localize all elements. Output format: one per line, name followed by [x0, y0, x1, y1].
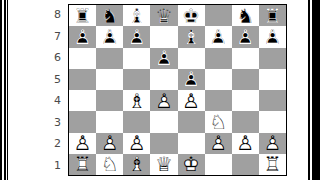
square-d6[interactable]: ♟♙	[150, 48, 177, 69]
square-d3[interactable]	[150, 111, 177, 132]
square-f5[interactable]	[205, 69, 232, 90]
black-pawn-icon: ♟♙	[96, 26, 123, 47]
square-c4[interactable]: ♝♗	[123, 90, 150, 111]
white-pawn-icon: ♟♙	[205, 133, 232, 154]
square-c6[interactable]	[123, 48, 150, 69]
square-g1[interactable]	[232, 154, 259, 175]
square-g8[interactable]: ♞♘	[232, 5, 259, 26]
frame-left-line-inner	[7, 0, 9, 180]
square-a3[interactable]	[69, 111, 96, 132]
rank-label-6: 6	[44, 47, 64, 69]
square-d5[interactable]	[150, 69, 177, 90]
white-pawn-icon: ♟♙	[232, 133, 259, 154]
white-king-icon: ♚♔	[178, 154, 205, 175]
black-pawn-icon: ♟♙	[205, 26, 232, 47]
square-g2[interactable]: ♟♙	[232, 133, 259, 154]
black-king-icon: ♚♔	[178, 5, 205, 26]
black-pawn-icon: ♟♙	[69, 26, 96, 47]
square-f8[interactable]	[205, 5, 232, 26]
black-pawn-icon: ♟♙	[232, 26, 259, 47]
square-c5[interactable]	[123, 69, 150, 90]
square-g3[interactable]	[232, 111, 259, 132]
square-b1[interactable]: ♞♘	[96, 154, 123, 175]
square-a2[interactable]: ♟♙	[69, 133, 96, 154]
square-h7[interactable]: ♟♙	[259, 26, 286, 47]
square-c2[interactable]: ♟♙	[123, 133, 150, 154]
square-b3[interactable]	[96, 111, 123, 132]
square-f7[interactable]: ♟♙	[205, 26, 232, 47]
square-f4[interactable]	[205, 90, 232, 111]
square-h5[interactable]	[259, 69, 286, 90]
square-a1[interactable]: ♜♖	[69, 154, 96, 175]
square-e3[interactable]	[178, 111, 205, 132]
black-pawn-icon: ♟♙	[123, 26, 150, 47]
square-c8[interactable]: ♝♗	[123, 5, 150, 26]
square-c1[interactable]: ♝♗	[123, 154, 150, 175]
rank-label-7: 7	[44, 26, 64, 48]
square-f1[interactable]	[205, 154, 232, 175]
square-a4[interactable]	[69, 90, 96, 111]
rank-label-3: 3	[44, 112, 64, 134]
square-e5[interactable]: ♟♙	[178, 69, 205, 90]
frame-left-edge-bar	[0, 0, 2, 180]
square-g6[interactable]	[232, 48, 259, 69]
white-queen-icon: ♛♕	[150, 154, 177, 175]
square-d8[interactable]: ♛♕	[150, 5, 177, 26]
square-e4[interactable]: ♟♙	[178, 90, 205, 111]
chess-board: ♜♖♞♘♝♗♛♕♚♔♞♘♜♖♟♙♟♙♟♙♝♗♟♙♟♙♟♙♟♙♟♙♝♗♟♙♟♙♞♘…	[68, 4, 287, 176]
rank-label-8: 8	[44, 4, 64, 26]
frame-right-edge-bar	[312, 0, 320, 180]
rank-label-4: 4	[44, 90, 64, 112]
black-pawn-icon: ♟♙	[150, 48, 177, 69]
black-pawn-icon: ♟♙	[178, 69, 205, 90]
white-pawn-icon: ♟♙	[178, 90, 205, 111]
video-frame: 87654321 ♜♖♞♘♝♗♛♕♚♔♞♘♜♖♟♙♟♙♟♙♝♗♟♙♟♙♟♙♟♙♟…	[0, 0, 320, 180]
square-h1[interactable]: ♜♖	[259, 154, 286, 175]
black-rook-icon: ♜♖	[69, 5, 96, 26]
square-a8[interactable]: ♜♖	[69, 5, 96, 26]
square-a6[interactable]	[69, 48, 96, 69]
square-d4[interactable]: ♟♙	[150, 90, 177, 111]
square-d1[interactable]: ♛♕	[150, 154, 177, 175]
white-pawn-icon: ♟♙	[69, 133, 96, 154]
white-pawn-icon: ♟♙	[150, 90, 177, 111]
square-h2[interactable]: ♟♙	[259, 133, 286, 154]
square-g7[interactable]: ♟♙	[232, 26, 259, 47]
square-d7[interactable]	[150, 26, 177, 47]
rank-label-2: 2	[44, 133, 64, 155]
square-b6[interactable]	[96, 48, 123, 69]
black-bishop-icon: ♝♗	[123, 5, 150, 26]
square-b2[interactable]: ♟♙	[96, 133, 123, 154]
square-f3[interactable]: ♞♘	[205, 111, 232, 132]
square-e6[interactable]	[178, 48, 205, 69]
square-b5[interactable]	[96, 69, 123, 90]
square-e8[interactable]: ♚♔	[178, 5, 205, 26]
white-pawn-icon: ♟♙	[123, 133, 150, 154]
square-h6[interactable]	[259, 48, 286, 69]
square-d2[interactable]	[150, 133, 177, 154]
square-g4[interactable]	[232, 90, 259, 111]
square-b8[interactable]: ♞♘	[96, 5, 123, 26]
square-h4[interactable]	[259, 90, 286, 111]
white-knight-icon: ♞♘	[205, 111, 232, 132]
square-h3[interactable]	[259, 111, 286, 132]
square-c3[interactable]	[123, 111, 150, 132]
square-g5[interactable]	[232, 69, 259, 90]
square-b7[interactable]: ♟♙	[96, 26, 123, 47]
white-knight-icon: ♞♘	[96, 154, 123, 175]
rank-label-5: 5	[44, 69, 64, 91]
white-bishop-icon: ♝♗	[123, 90, 150, 111]
square-h8[interactable]: ♜♖	[259, 5, 286, 26]
square-e2[interactable]	[178, 133, 205, 154]
black-knight-icon: ♞♘	[96, 5, 123, 26]
white-rook-icon: ♜♖	[259, 154, 286, 175]
rank-label-column: 87654321	[44, 4, 64, 176]
rank-label-1: 1	[44, 155, 64, 177]
square-e1[interactable]: ♚♔	[178, 154, 205, 175]
black-bishop-icon: ♝♗	[178, 26, 205, 47]
square-c7[interactable]: ♟♙	[123, 26, 150, 47]
frame-right-line-inner	[308, 0, 310, 180]
black-knight-icon: ♞♘	[232, 5, 259, 26]
square-f6[interactable]	[205, 48, 232, 69]
frame-left-line-outer	[4, 0, 6, 180]
black-queen-icon: ♛♕	[150, 5, 177, 26]
white-rook-icon: ♜♖	[69, 154, 96, 175]
white-pawn-icon: ♟♙	[259, 133, 286, 154]
white-bishop-icon: ♝♗	[123, 154, 150, 175]
square-a7[interactable]: ♟♙	[69, 26, 96, 47]
black-rook-icon: ♜♖	[259, 5, 286, 26]
square-f2[interactable]: ♟♙	[205, 133, 232, 154]
white-pawn-icon: ♟♙	[96, 133, 123, 154]
square-b4[interactable]	[96, 90, 123, 111]
black-pawn-icon: ♟♙	[259, 26, 286, 47]
square-e7[interactable]: ♝♗	[178, 26, 205, 47]
square-a5[interactable]	[69, 69, 96, 90]
